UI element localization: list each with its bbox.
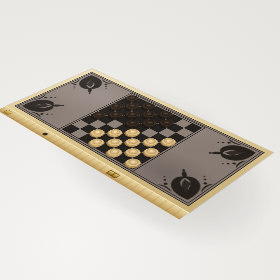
wood-knot (41, 132, 49, 136)
brass-latch (3, 110, 12, 114)
damask-corner-ornament-icon (19, 91, 82, 122)
product-photo-scene (0, 0, 280, 280)
